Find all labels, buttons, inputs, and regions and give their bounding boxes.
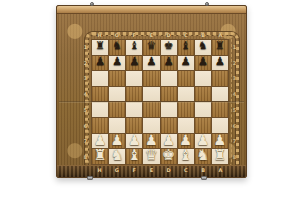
rank-labels-right: 12345678 bbox=[230, 39, 239, 165]
coordinate-label: C bbox=[177, 31, 194, 39]
chess-box: HGFEDCBA HGFEDCBA 12345678 12345678 ♜♞♝♛… bbox=[56, 5, 247, 178]
board-square[interactable] bbox=[178, 87, 194, 102]
board-square[interactable] bbox=[178, 71, 194, 86]
board-square[interactable]: ♞ bbox=[195, 149, 211, 164]
chess-piece-wq[interactable]: ♛ bbox=[145, 148, 158, 163]
chess-piece-bp[interactable]: ♟ bbox=[181, 56, 191, 67]
board-square[interactable]: ♝ bbox=[126, 149, 142, 164]
board-square[interactable] bbox=[109, 87, 125, 102]
rank-labels-left: 12345678 bbox=[81, 39, 90, 165]
board-square[interactable]: ♝ bbox=[126, 40, 142, 55]
board-square[interactable]: ♜ bbox=[212, 149, 228, 164]
board-square[interactable]: ♞ bbox=[195, 40, 211, 55]
board-square[interactable] bbox=[195, 118, 211, 133]
coordinate-label: 5 bbox=[230, 102, 239, 118]
board-square[interactable] bbox=[143, 118, 159, 133]
board-square[interactable]: ♟ bbox=[195, 56, 211, 71]
board-square[interactable] bbox=[212, 71, 228, 86]
chess-piece-wn[interactable]: ♞ bbox=[196, 148, 209, 163]
chess-piece-wp[interactable]: ♟ bbox=[196, 133, 209, 147]
coordinate-label: 6 bbox=[81, 118, 90, 134]
coordinate-label: A bbox=[212, 31, 229, 39]
coordinate-label: 1 bbox=[230, 39, 239, 55]
coordinate-label: H bbox=[91, 31, 108, 39]
chess-piece-wp[interactable]: ♟ bbox=[179, 133, 192, 147]
chess-piece-wb[interactable]: ♝ bbox=[128, 148, 141, 163]
coordinate-label: 4 bbox=[230, 86, 239, 102]
chess-piece-wp[interactable]: ♟ bbox=[162, 133, 175, 147]
coordinate-label: 8 bbox=[230, 149, 239, 165]
coordinate-label: 1 bbox=[81, 39, 90, 55]
board-square[interactable]: ♞ bbox=[109, 40, 125, 55]
board-square[interactable] bbox=[212, 87, 228, 102]
chess-piece-wb[interactable]: ♝ bbox=[179, 148, 192, 163]
board-square[interactable] bbox=[161, 102, 177, 117]
board-square[interactable] bbox=[143, 71, 159, 86]
chess-piece-bb[interactable]: ♝ bbox=[129, 41, 139, 52]
chess-piece-wr[interactable]: ♜ bbox=[93, 148, 106, 163]
board-square[interactable]: ♜ bbox=[92, 149, 108, 164]
board-square[interactable]: ♛ bbox=[143, 149, 159, 164]
board-square[interactable] bbox=[161, 87, 177, 102]
chess-piece-wk[interactable]: ♚ bbox=[162, 148, 175, 163]
chess-piece-bp[interactable]: ♟ bbox=[112, 56, 122, 67]
clasp-foot-icon bbox=[87, 176, 93, 180]
board-square[interactable] bbox=[109, 71, 125, 86]
coordinate-label: E bbox=[143, 31, 160, 39]
board-square[interactable]: ♜ bbox=[212, 40, 228, 55]
board-square[interactable] bbox=[195, 71, 211, 86]
coordinate-label: F bbox=[126, 31, 143, 39]
chess-piece-wp[interactable]: ♟ bbox=[128, 133, 141, 147]
coordinate-label: G bbox=[108, 31, 125, 39]
chess-piece-bp[interactable]: ♟ bbox=[215, 56, 225, 67]
chess-piece-wn[interactable]: ♞ bbox=[111, 148, 124, 163]
board-square[interactable] bbox=[161, 118, 177, 133]
coordinate-label: G bbox=[108, 166, 125, 174]
file-labels-top: HGFEDCBA bbox=[91, 31, 229, 39]
chess-piece-bp[interactable]: ♟ bbox=[163, 56, 173, 67]
board-square[interactable]: ♟ bbox=[92, 56, 108, 71]
board-square[interactable]: ♟ bbox=[109, 56, 125, 71]
board-square[interactable]: ♟ bbox=[126, 56, 142, 71]
board-square[interactable]: ♟ bbox=[143, 56, 159, 71]
board-square[interactable] bbox=[126, 102, 142, 117]
board-square[interactable] bbox=[92, 118, 108, 133]
chess-piece-bn[interactable]: ♞ bbox=[198, 41, 208, 52]
chess-piece-bn[interactable]: ♞ bbox=[112, 41, 122, 52]
chess-piece-bq[interactable]: ♛ bbox=[147, 41, 157, 52]
board-square[interactable] bbox=[126, 71, 142, 86]
board-square[interactable] bbox=[212, 118, 228, 133]
coordinate-label: 5 bbox=[81, 102, 90, 118]
chess-piece-wp[interactable]: ♟ bbox=[111, 133, 124, 147]
board-square[interactable] bbox=[212, 102, 228, 117]
chess-piece-bp[interactable]: ♟ bbox=[95, 56, 105, 67]
coordinate-label: B bbox=[195, 166, 212, 174]
board-square[interactable] bbox=[195, 102, 211, 117]
board-square[interactable] bbox=[92, 71, 108, 86]
board-square[interactable] bbox=[126, 118, 142, 133]
board-square[interactable] bbox=[143, 87, 159, 102]
box-lid-edge bbox=[57, 6, 246, 14]
board-square[interactable]: ♜ bbox=[92, 40, 108, 55]
chess-piece-bb[interactable]: ♝ bbox=[181, 41, 191, 52]
coordinate-label: E bbox=[143, 166, 160, 174]
board-square[interactable] bbox=[161, 71, 177, 86]
chess-piece-br[interactable]: ♜ bbox=[95, 41, 105, 52]
chess-piece-bp[interactable]: ♟ bbox=[129, 56, 139, 67]
board-square[interactable] bbox=[126, 87, 142, 102]
coordinate-label: 7 bbox=[81, 134, 90, 150]
coordinate-label: 8 bbox=[81, 149, 90, 165]
board-square[interactable]: ♟ bbox=[161, 56, 177, 71]
coordinate-label: A bbox=[212, 166, 229, 174]
coordinate-label: 4 bbox=[81, 86, 90, 102]
board-square[interactable] bbox=[143, 102, 159, 117]
chess-piece-wr[interactable]: ♜ bbox=[213, 148, 226, 163]
coordinate-label: 3 bbox=[230, 71, 239, 87]
board-square[interactable] bbox=[109, 102, 125, 117]
board-square[interactable]: ♝ bbox=[178, 40, 194, 55]
board-square[interactable]: ♚ bbox=[161, 149, 177, 164]
coordinate-label: C bbox=[177, 166, 194, 174]
chess-piece-br[interactable]: ♜ bbox=[215, 41, 225, 52]
board-square[interactable]: ♞ bbox=[109, 149, 125, 164]
coordinate-label: B bbox=[195, 31, 212, 39]
chess-piece-bp[interactable]: ♟ bbox=[146, 56, 156, 67]
file-labels-bottom: HGFEDCBA bbox=[91, 166, 229, 174]
clasp-foot-icon bbox=[201, 176, 207, 180]
coordinate-label: F bbox=[126, 166, 143, 174]
board-square[interactable]: ♛ bbox=[143, 40, 159, 55]
board-square[interactable]: ♝ bbox=[178, 149, 194, 164]
board-square[interactable] bbox=[178, 102, 194, 117]
coordinate-label: H bbox=[91, 166, 108, 174]
coordinate-label: 3 bbox=[81, 71, 90, 87]
coordinate-label: 7 bbox=[230, 134, 239, 150]
board-square[interactable] bbox=[92, 102, 108, 117]
chess-piece-bk[interactable]: ♚ bbox=[164, 41, 174, 52]
coordinate-label: 2 bbox=[81, 55, 90, 71]
chess-piece-wp[interactable]: ♟ bbox=[214, 133, 227, 147]
board-square[interactable] bbox=[92, 87, 108, 102]
board-grid: ♜♞♝♛♚♝♞♜♟♟♟♟♟♟♟♟♟♟♟♟♟♟♟♟♜♞♝♛♚♝♞♜ bbox=[91, 39, 229, 165]
coordinate-label: D bbox=[160, 31, 177, 39]
chess-piece-wp[interactable]: ♟ bbox=[145, 133, 158, 147]
chess-piece-wp[interactable]: ♟ bbox=[94, 133, 107, 147]
coordinate-label: 2 bbox=[230, 55, 239, 71]
board-square[interactable] bbox=[178, 118, 194, 133]
coordinate-label: D bbox=[160, 166, 177, 174]
product-photo: HGFEDCBA HGFEDCBA 12345678 12345678 ♜♞♝♛… bbox=[0, 0, 300, 200]
hinge-screw-icon bbox=[205, 2, 209, 6]
coordinate-label: 6 bbox=[230, 118, 239, 134]
board-square[interactable]: ♟ bbox=[212, 56, 228, 71]
board-square[interactable] bbox=[195, 87, 211, 102]
board-square[interactable]: ♟ bbox=[178, 56, 194, 71]
hinge-screw-icon bbox=[90, 2, 94, 6]
board-square[interactable]: ♚ bbox=[161, 40, 177, 55]
board-square[interactable] bbox=[109, 118, 125, 133]
chess-piece-bp[interactable]: ♟ bbox=[198, 56, 208, 67]
